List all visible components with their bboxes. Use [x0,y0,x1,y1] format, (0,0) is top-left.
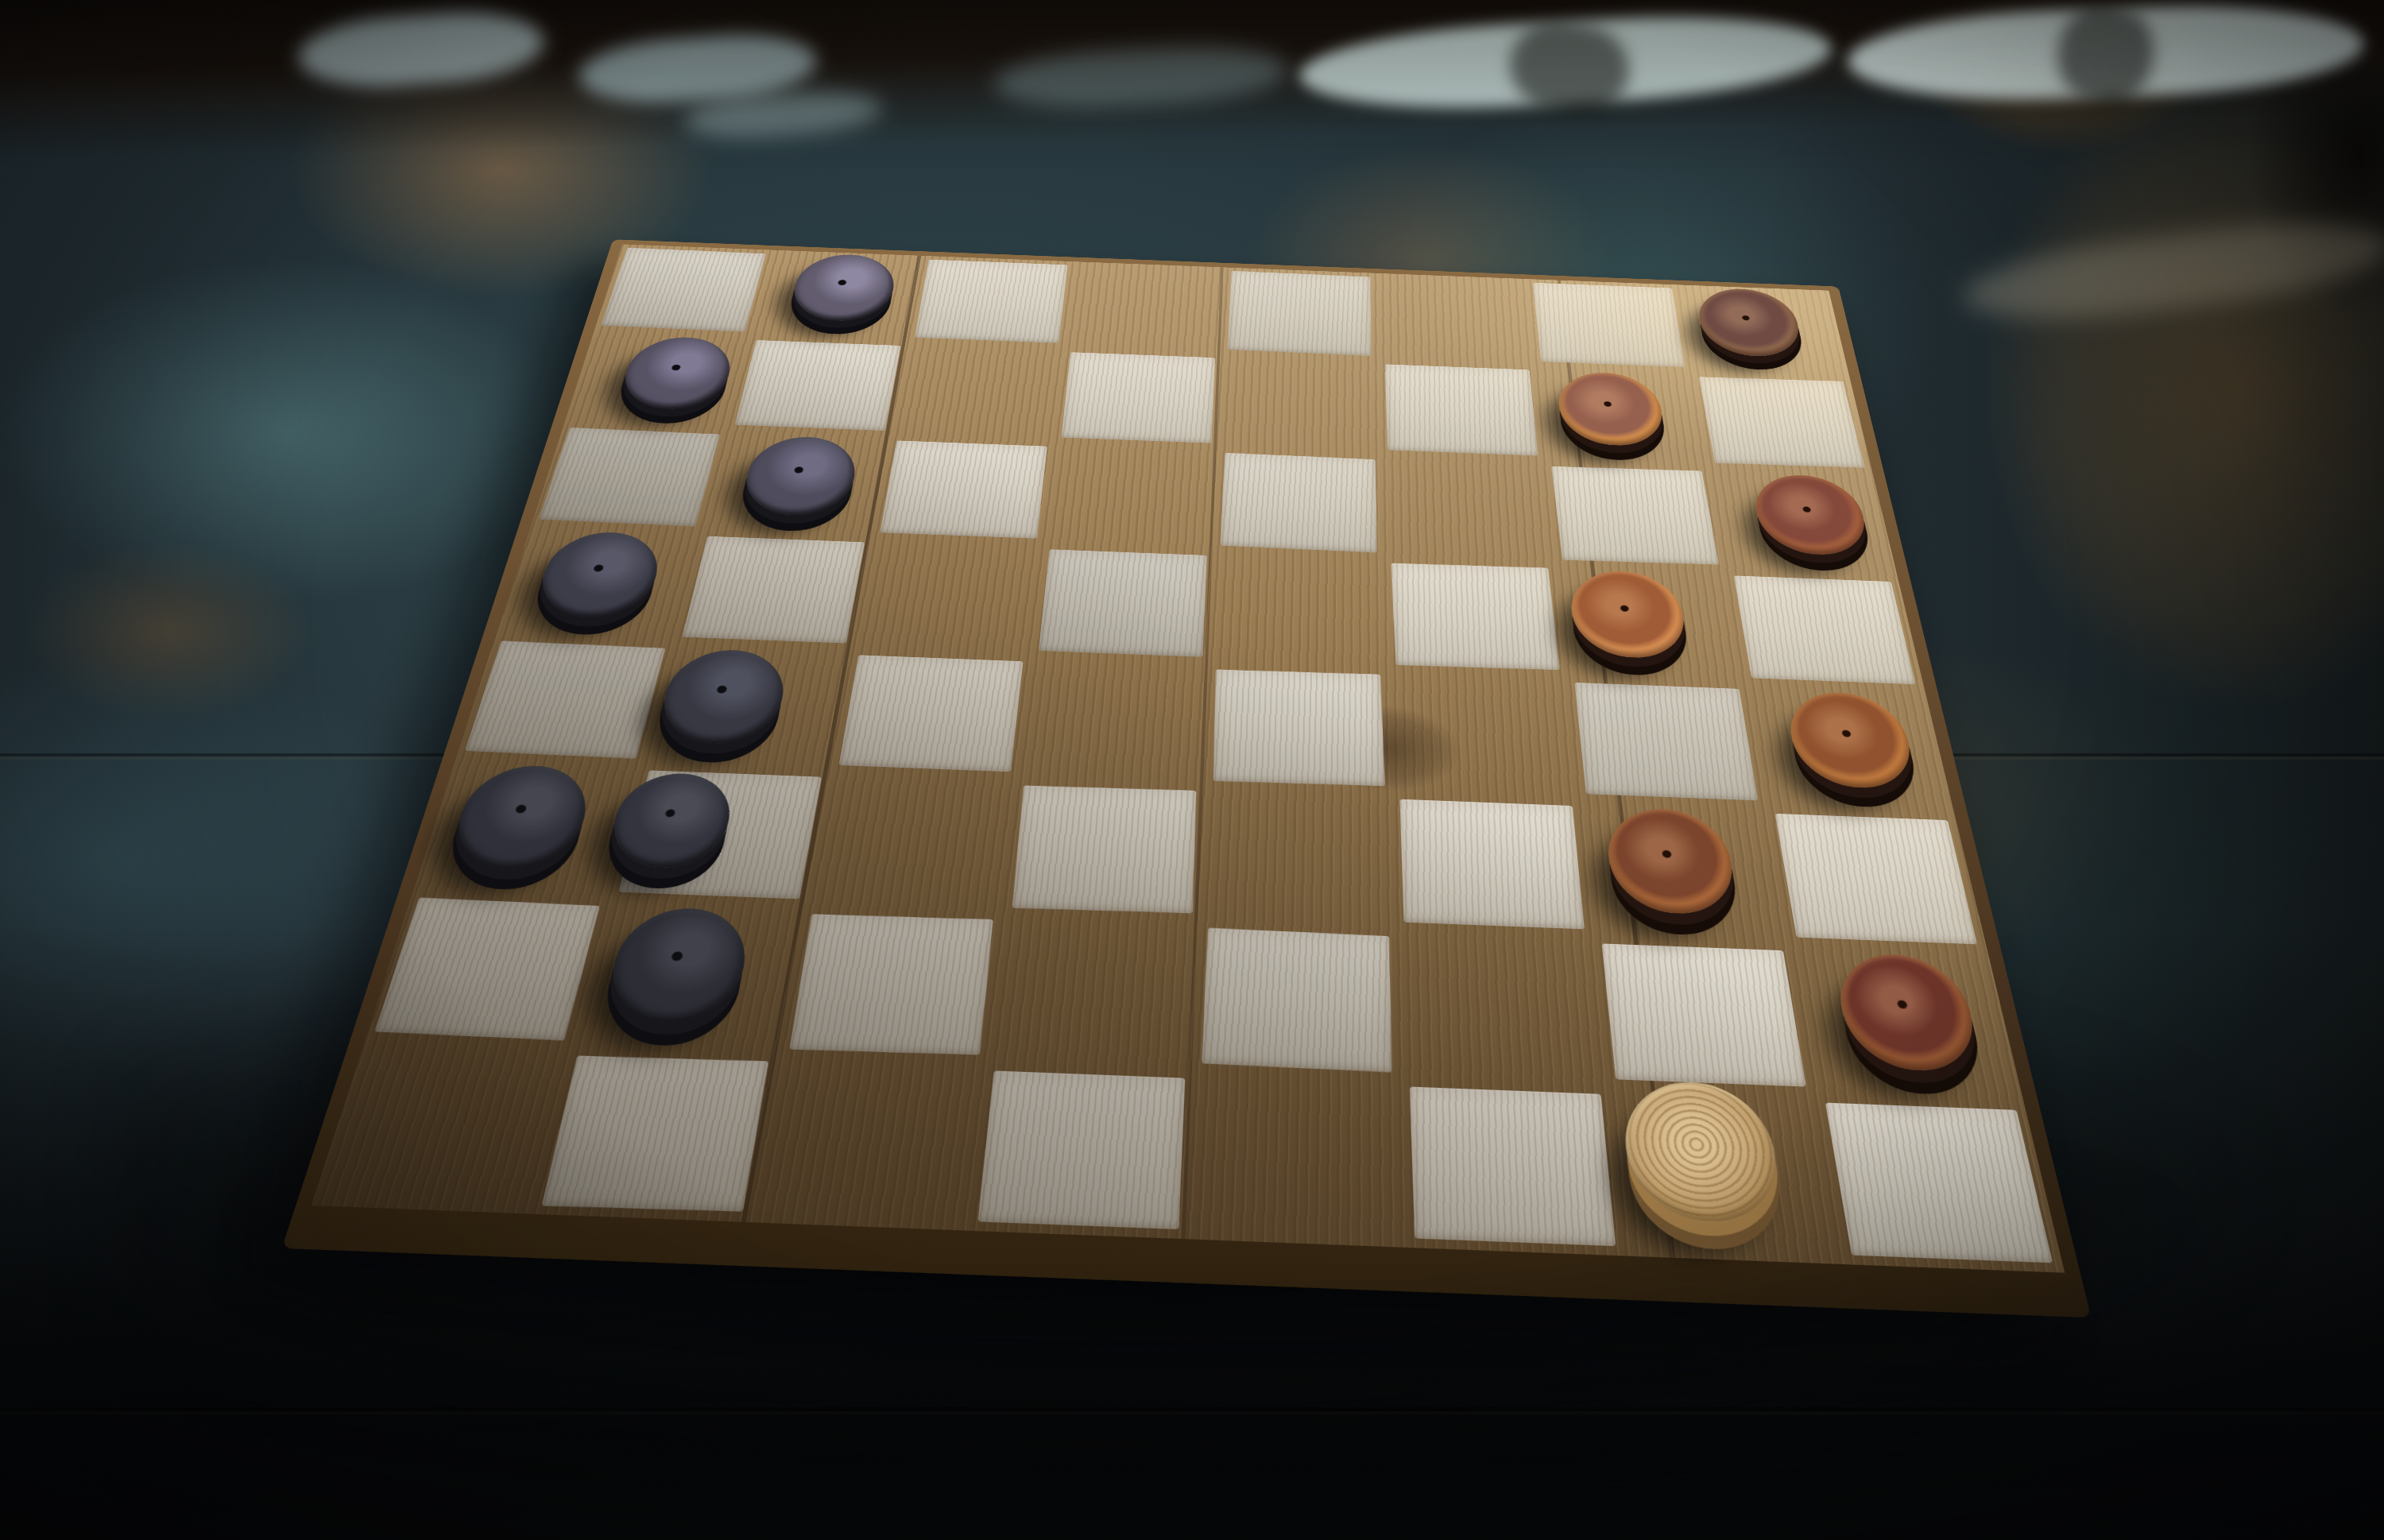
square-f4[interactable] [1389,671,1581,801]
checker-red-h6[interactable] [1749,473,1872,556]
square-c1[interactable] [750,1056,988,1231]
checker-black-b6[interactable] [737,435,861,517]
checker-black-b4[interactable] [653,648,791,745]
square-b2[interactable] [572,900,807,1056]
square-g8[interactable] [1533,283,1685,367]
square-b6[interactable] [702,430,892,538]
square-a2[interactable] [374,897,600,1040]
square-c4[interactable] [838,655,1023,772]
square-e4[interactable] [1213,669,1385,785]
square-g2[interactable] [1601,943,1805,1087]
square-a5[interactable] [496,525,702,643]
square-b8[interactable] [752,250,924,342]
board-perspective-wrapper [312,244,2065,1272]
square-g6[interactable] [1551,466,1719,564]
square-f7[interactable] [1385,365,1538,456]
square-f2[interactable] [1397,930,1609,1088]
square-e1[interactable] [1188,1072,1407,1248]
square-b4[interactable] [644,643,853,772]
square-c7[interactable] [892,342,1066,443]
square-f1[interactable] [1410,1087,1616,1246]
square-h2[interactable] [1791,945,2025,1104]
checker-natural-g1[interactable] [1619,1079,1785,1224]
checker-red-h8[interactable] [1693,287,1805,358]
checker-black-b2[interactable] [601,906,755,1024]
square-h4[interactable] [1747,684,1955,815]
square-g3[interactable] [1580,801,1790,945]
square-g4[interactable] [1574,683,1758,801]
square-b5[interactable] [682,536,865,643]
square-f5[interactable] [1391,563,1559,670]
checker-black-a3[interactable] [445,764,598,871]
square-b3[interactable] [618,771,821,900]
square-a1[interactable] [312,1040,572,1214]
square-c8[interactable] [915,260,1067,343]
square-h1[interactable] [1825,1103,2053,1263]
square-d3[interactable] [1012,786,1196,913]
square-f3[interactable] [1399,799,1585,929]
checker-black-a7[interactable] [616,335,738,411]
checker-red-h2[interactable] [1832,952,1984,1072]
square-b7[interactable] [735,340,900,431]
checker-black-a5[interactable] [531,531,667,620]
square-e3[interactable] [1201,787,1398,930]
square-a8[interactable] [601,247,765,331]
checker-red-g5[interactable] [1567,569,1689,660]
checker-red-h4[interactable] [1783,691,1919,790]
square-e7[interactable] [1218,354,1382,455]
checker-black-b8[interactable] [788,253,900,323]
square-h8[interactable] [1678,284,1849,378]
square-g1[interactable] [1609,1088,1845,1264]
square-a6[interactable] [539,428,720,526]
square-b1[interactable] [541,1056,768,1212]
square-f8[interactable] [1376,273,1536,366]
square-h7[interactable] [1698,377,1864,467]
square-a3[interactable] [413,758,644,900]
square-d5[interactable] [1039,550,1207,657]
square-e2[interactable] [1202,927,1391,1072]
square-h5[interactable] [1734,576,1916,684]
checkers-board [312,244,2065,1272]
checker-red-g7[interactable] [1555,371,1667,447]
checker-red-g3[interactable] [1604,807,1740,916]
square-c2[interactable] [789,914,993,1054]
square-a7[interactable] [564,331,751,430]
scene [0,0,2384,1540]
square-c3[interactable] [807,772,1018,915]
square-d4[interactable] [1018,656,1210,786]
square-d2[interactable] [987,915,1200,1072]
square-c5[interactable] [853,538,1043,656]
square-g7[interactable] [1536,366,1709,467]
square-d7[interactable] [1061,352,1214,443]
square-e6[interactable] [1221,453,1377,552]
square-a4[interactable] [465,640,666,758]
square-g5[interactable] [1556,564,1746,684]
square-d6[interactable] [1044,443,1219,551]
square-e5[interactable] [1210,551,1389,671]
square-c6[interactable] [880,440,1047,539]
square-f6[interactable] [1382,455,1556,565]
square-e8[interactable] [1227,271,1371,356]
square-h3[interactable] [1775,814,1977,944]
square-d1[interactable] [977,1071,1185,1229]
square-h6[interactable] [1709,467,1898,577]
square-d8[interactable] [1065,261,1225,354]
